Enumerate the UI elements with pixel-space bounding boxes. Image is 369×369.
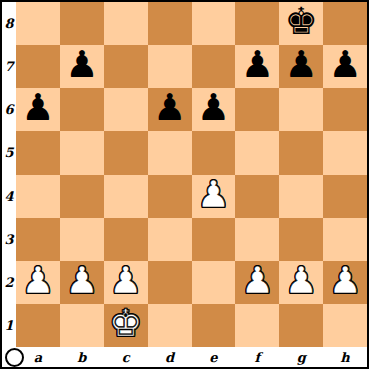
square-e5[interactable] [192, 131, 236, 174]
square-d7[interactable] [148, 45, 192, 88]
square-h1[interactable] [323, 304, 367, 347]
square-b2[interactable]: ♟ [60, 261, 104, 304]
square-c1[interactable]: ♚ [104, 304, 148, 347]
square-g1[interactable] [279, 304, 323, 347]
square-c5[interactable] [104, 131, 148, 174]
square-e1[interactable] [192, 304, 236, 347]
square-a4[interactable] [16, 175, 60, 218]
square-d8[interactable] [148, 2, 192, 45]
piece-white-pawn-b2: ♟ [65, 262, 98, 299]
rank-label-2: 2 [2, 261, 16, 304]
square-g4[interactable] [279, 175, 323, 218]
piece-white-pawn-a2: ♟ [21, 262, 54, 299]
square-e4[interactable]: ♟ [192, 175, 236, 218]
square-a5[interactable] [16, 131, 60, 174]
square-b8[interactable] [60, 2, 104, 45]
piece-white-pawn-h2: ♟ [328, 262, 361, 299]
chess-diagram: 87654321 ♚♟♟♟♟♟♟♟♟♟♟♟♟♟♟♚ abcdefgh [0, 0, 369, 369]
square-a8[interactable] [16, 2, 60, 45]
square-a6[interactable]: ♟ [16, 88, 60, 131]
turn-indicator-white [5, 348, 24, 367]
square-c2[interactable]: ♟ [104, 261, 148, 304]
square-f6[interactable] [235, 88, 279, 131]
chess-board: ♚♟♟♟♟♟♟♟♟♟♟♟♟♟♟♚ [16, 2, 367, 347]
square-a7[interactable] [16, 45, 60, 88]
piece-black-pawn-d6: ♟ [153, 89, 186, 126]
piece-black-pawn-h7: ♟ [328, 46, 361, 83]
file-labels: abcdefgh [16, 347, 367, 367]
square-a1[interactable] [16, 304, 60, 347]
rank-label-7: 7 [2, 45, 16, 88]
square-f2[interactable]: ♟ [235, 261, 279, 304]
rank-label-1: 1 [2, 304, 16, 347]
square-g7[interactable]: ♟ [279, 45, 323, 88]
square-e7[interactable] [192, 45, 236, 88]
square-c8[interactable] [104, 2, 148, 45]
square-f4[interactable] [235, 175, 279, 218]
rank-label-5: 5 [2, 131, 16, 174]
piece-black-pawn-a6: ♟ [21, 89, 54, 126]
square-g8[interactable]: ♚ [279, 2, 323, 45]
piece-black-pawn-f7: ♟ [241, 46, 274, 83]
square-a2[interactable]: ♟ [16, 261, 60, 304]
piece-white-pawn-f2: ♟ [241, 262, 274, 299]
square-h3[interactable] [323, 218, 367, 261]
rank-label-3: 3 [2, 218, 16, 261]
rank-label-8: 8 [2, 2, 16, 45]
square-f7[interactable]: ♟ [235, 45, 279, 88]
square-h8[interactable] [323, 2, 367, 45]
square-e8[interactable] [192, 2, 236, 45]
square-c7[interactable] [104, 45, 148, 88]
square-d5[interactable] [148, 131, 192, 174]
square-c6[interactable] [104, 88, 148, 131]
piece-white-king-c1: ♚ [109, 305, 142, 342]
file-label-c: c [104, 347, 148, 367]
file-label-e: e [192, 347, 236, 367]
square-c3[interactable] [104, 218, 148, 261]
piece-black-pawn-e6: ♟ [197, 89, 230, 126]
square-b7[interactable]: ♟ [60, 45, 104, 88]
square-d4[interactable] [148, 175, 192, 218]
square-h2[interactable]: ♟ [323, 261, 367, 304]
square-h7[interactable]: ♟ [323, 45, 367, 88]
piece-white-pawn-e4: ♟ [197, 176, 230, 213]
square-f5[interactable] [235, 131, 279, 174]
square-d2[interactable] [148, 261, 192, 304]
rank-label-4: 4 [2, 175, 16, 218]
piece-black-pawn-g7: ♟ [285, 46, 318, 83]
square-d1[interactable] [148, 304, 192, 347]
file-label-f: f [235, 347, 279, 367]
file-label-b: b [60, 347, 104, 367]
square-g3[interactable] [279, 218, 323, 261]
square-g2[interactable]: ♟ [279, 261, 323, 304]
square-d6[interactable]: ♟ [148, 88, 192, 131]
square-g6[interactable] [279, 88, 323, 131]
piece-black-pawn-b7: ♟ [65, 46, 98, 83]
file-label-d: d [148, 347, 192, 367]
square-g5[interactable] [279, 131, 323, 174]
file-label-g: g [279, 347, 323, 367]
square-h6[interactable] [323, 88, 367, 131]
piece-white-pawn-c2: ♟ [109, 262, 142, 299]
piece-black-king-g8: ♚ [285, 3, 318, 40]
square-e6[interactable]: ♟ [192, 88, 236, 131]
rank-label-6: 6 [2, 88, 16, 131]
square-f1[interactable] [235, 304, 279, 347]
square-d3[interactable] [148, 218, 192, 261]
square-f8[interactable] [235, 2, 279, 45]
square-e2[interactable] [192, 261, 236, 304]
square-b3[interactable] [60, 218, 104, 261]
square-h5[interactable] [323, 131, 367, 174]
square-a3[interactable] [16, 218, 60, 261]
square-c4[interactable] [104, 175, 148, 218]
square-e3[interactable] [192, 218, 236, 261]
square-b5[interactable] [60, 131, 104, 174]
square-h4[interactable] [323, 175, 367, 218]
square-b4[interactable] [60, 175, 104, 218]
square-b6[interactable] [60, 88, 104, 131]
rank-labels: 87654321 [2, 2, 16, 347]
square-b1[interactable] [60, 304, 104, 347]
square-f3[interactable] [235, 218, 279, 261]
file-label-h: h [323, 347, 367, 367]
piece-white-pawn-g2: ♟ [285, 262, 318, 299]
